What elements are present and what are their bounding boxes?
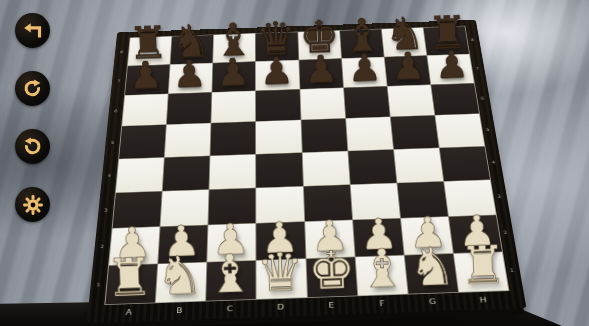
black-pawn-d7[interactable]: ♟ <box>255 51 299 90</box>
rank-label: 4 <box>491 159 495 164</box>
white-rook-h1[interactable]: ♜ <box>457 238 508 292</box>
redo-rotate-icon <box>22 78 43 99</box>
white-queen-d1[interactable]: ♛ <box>255 245 306 299</box>
black-pawn-c7[interactable]: ♟ <box>211 53 255 92</box>
chess-board[interactable]: ♜♞♝♛♚♝♞♜♟♟♟♟♟♟♟♟♟♟♟♟♟♟♟♟♜♞♝♛♚♝♞♜ ABCDEFG… <box>87 20 527 324</box>
chess-app-screen: ♜♞♝♛♚♝♞♜♟♟♟♟♟♟♟♟♟♟♟♟♟♟♟♟♜♞♝♛♚♝♞♜ ABCDEFG… <box>0 0 589 326</box>
square-f5[interactable] <box>346 117 393 150</box>
board-frame: ♜♞♝♛♚♝♞♜♟♟♟♟♟♟♟♟♟♟♟♟♟♟♟♟♜♞♝♛♚♝♞♜ ABCDEFG… <box>87 20 527 324</box>
rank-label: 5 <box>486 127 490 132</box>
undo-button[interactable] <box>15 129 50 164</box>
square-d5[interactable] <box>256 120 301 153</box>
back-button[interactable] <box>15 13 50 48</box>
rank-label: 4 <box>107 173 111 178</box>
square-h7[interactable]: ♟ <box>427 54 474 84</box>
square-e6[interactable] <box>300 88 345 120</box>
square-h6[interactable] <box>431 84 479 116</box>
rank-label: 5 <box>111 140 115 145</box>
rank-label: 8 <box>471 37 475 41</box>
square-e1[interactable]: ♚ <box>306 257 357 297</box>
square-f7[interactable]: ♟ <box>342 57 387 87</box>
gear-icon <box>22 194 44 216</box>
square-c4[interactable] <box>210 154 256 189</box>
rank-label: 7 <box>475 66 479 70</box>
black-pawn-a7[interactable]: ♟ <box>124 56 168 95</box>
toolbar <box>0 0 64 326</box>
square-b6[interactable] <box>167 93 212 125</box>
white-bishop-f1[interactable]: ♝ <box>356 241 407 295</box>
square-a1[interactable]: ♜ <box>105 264 157 304</box>
rank-label: 1 <box>96 281 100 287</box>
black-pawn-e7[interactable]: ♟ <box>299 50 343 89</box>
square-b1[interactable]: ♞ <box>156 262 207 302</box>
square-e7[interactable]: ♟ <box>299 59 343 89</box>
square-g1[interactable]: ♞ <box>405 254 458 294</box>
square-f1[interactable]: ♝ <box>355 256 407 296</box>
file-label: H <box>479 296 487 304</box>
square-h1[interactable]: ♜ <box>454 252 509 292</box>
file-label: B <box>176 306 183 314</box>
settings-button[interactable] <box>15 187 50 222</box>
square-f6[interactable] <box>344 87 390 119</box>
rank-label: 7 <box>117 78 121 82</box>
file-label: C <box>227 305 234 313</box>
square-g5[interactable] <box>391 116 439 149</box>
square-d6[interactable] <box>256 90 300 122</box>
white-knight-g1[interactable]: ♞ <box>407 240 458 294</box>
square-g7[interactable]: ♟ <box>384 56 430 86</box>
square-a5[interactable] <box>119 125 166 158</box>
square-d1[interactable]: ♛ <box>257 259 307 299</box>
square-c7[interactable]: ♟ <box>213 62 256 92</box>
square-g6[interactable] <box>387 85 434 117</box>
square-c5[interactable] <box>211 122 256 155</box>
white-knight-b1[interactable]: ♞ <box>154 248 205 302</box>
square-a6[interactable] <box>122 94 168 126</box>
file-label: E <box>328 301 335 309</box>
redo-button[interactable] <box>15 71 50 106</box>
square-c6[interactable] <box>212 91 256 123</box>
rank-label: 8 <box>120 50 124 54</box>
white-rook-a1[interactable]: ♜ <box>104 250 155 304</box>
back-arrow-icon <box>22 20 43 41</box>
square-b4[interactable] <box>163 156 210 191</box>
square-h5[interactable] <box>435 114 484 147</box>
square-g4[interactable] <box>394 148 443 183</box>
black-pawn-f7[interactable]: ♟ <box>342 48 386 87</box>
square-a7[interactable]: ♟ <box>125 65 170 95</box>
square-e4[interactable] <box>302 151 349 186</box>
square-d4[interactable] <box>256 153 302 188</box>
chess-board-area: ♜♞♝♛♚♝♞♜♟♟♟♟♟♟♟♟♟♟♟♟♟♟♟♟♜♞♝♛♚♝♞♜ ABCDEFG… <box>72 0 527 324</box>
black-pawn-b7[interactable]: ♟ <box>167 55 211 94</box>
black-pawn-h7[interactable]: ♟ <box>430 45 474 84</box>
square-a4[interactable] <box>116 157 164 192</box>
rank-label: 3 <box>104 207 108 212</box>
square-c1[interactable]: ♝ <box>206 261 256 301</box>
undo-rotate-icon <box>22 136 43 157</box>
square-e5[interactable] <box>301 119 347 152</box>
white-king-e1[interactable]: ♚ <box>306 243 357 297</box>
file-label: A <box>125 308 132 316</box>
square-d7[interactable]: ♟ <box>256 60 299 90</box>
file-label: F <box>379 299 385 307</box>
file-label: D <box>277 303 285 311</box>
square-b7[interactable]: ♟ <box>169 63 213 93</box>
black-pawn-g7[interactable]: ♟ <box>386 47 430 86</box>
white-bishop-c1[interactable]: ♝ <box>205 247 256 301</box>
file-label: G <box>429 298 437 306</box>
square-f4[interactable] <box>348 149 396 184</box>
board-grid: ♜♞♝♛♚♝♞♜♟♟♟♟♟♟♟♟♟♟♟♟♟♟♟♟♜♞♝♛♚♝♞♜ <box>104 26 509 305</box>
square-b5[interactable] <box>165 124 211 157</box>
rank-label: 6 <box>480 96 484 100</box>
rank-label: 6 <box>114 108 118 112</box>
rank-label: 3 <box>497 193 501 198</box>
square-h4[interactable] <box>440 146 490 181</box>
rank-label: 1 <box>509 267 514 273</box>
